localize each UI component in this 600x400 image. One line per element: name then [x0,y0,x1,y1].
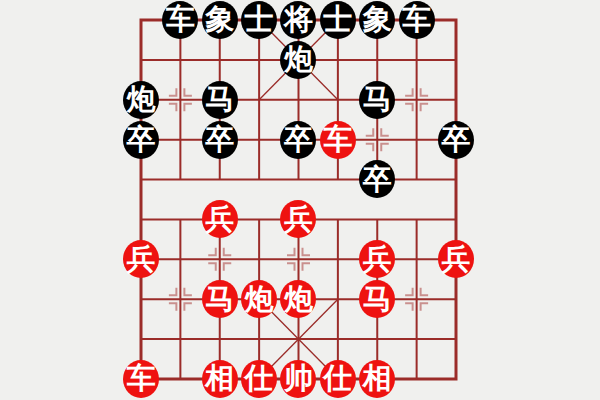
piece-red-soldier[interactable]: 兵 [359,240,395,278]
piece-black-horse[interactable]: 马 [359,81,395,119]
piece-red-soldier[interactable]: 兵 [123,240,159,278]
piece-black-chariot[interactable]: 车 [162,1,198,39]
piece-red-soldier[interactable]: 兵 [280,200,316,238]
piece-red-advisor[interactable]: 仕 [320,360,356,398]
piece-black-soldier[interactable]: 卒 [202,121,238,159]
piece-red-horse[interactable]: 马 [359,280,395,318]
piece-red-general[interactable]: 帅 [280,360,316,398]
piece-red-elephant[interactable]: 相 [359,360,395,398]
piece-red-soldier[interactable]: 兵 [438,240,474,278]
piece-black-cannon[interactable]: 炮 [280,41,316,79]
piece-red-soldier[interactable]: 兵 [202,200,238,238]
screen: 车象士将士象车炮炮马马卒卒卒卒卒车兵兵兵兵兵马炮炮马车相仕帅仕相 [0,0,600,400]
piece-black-cannon[interactable]: 炮 [123,81,159,119]
piece-red-horse[interactable]: 马 [202,280,238,318]
piece-black-elephant[interactable]: 象 [359,1,395,39]
piece-red-advisor[interactable]: 仕 [241,360,277,398]
xiangqi-board[interactable]: 车象士将士象车炮炮马马卒卒卒卒卒车兵兵兵兵兵马炮炮马车相仕帅仕相 [0,0,600,400]
piece-black-soldier[interactable]: 卒 [359,160,395,198]
piece-black-soldier[interactable]: 卒 [123,121,159,159]
piece-red-elephant[interactable]: 相 [202,360,238,398]
piece-black-chariot[interactable]: 车 [399,1,435,39]
piece-black-elephant[interactable]: 象 [202,1,238,39]
piece-red-chariot[interactable]: 车 [320,121,356,159]
pieces-layer: 车象士将士象车炮炮马马卒卒卒卒卒车兵兵兵兵兵马炮炮马车相仕帅仕相 [121,0,475,399]
piece-red-cannon[interactable]: 炮 [241,280,277,318]
piece-red-chariot[interactable]: 车 [123,360,159,398]
piece-black-soldier[interactable]: 卒 [280,121,316,159]
piece-black-advisor[interactable]: 士 [241,1,277,39]
piece-black-general[interactable]: 将 [280,1,316,39]
piece-black-soldier[interactable]: 卒 [438,121,474,159]
piece-black-advisor[interactable]: 士 [320,1,356,39]
piece-red-cannon[interactable]: 炮 [280,280,316,318]
piece-black-horse[interactable]: 马 [202,81,238,119]
